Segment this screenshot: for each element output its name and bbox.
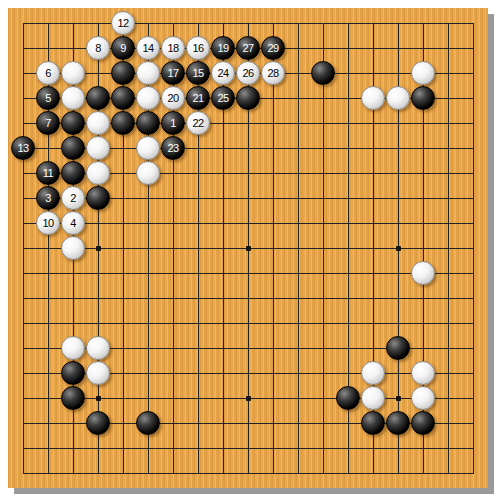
intersection-T17[interactable] (461, 61, 486, 86)
intersection-N11[interactable] (311, 211, 336, 236)
intersection-L2[interactable] (261, 436, 286, 461)
intersection-B6[interactable] (36, 336, 61, 361)
intersection-M8[interactable] (286, 286, 311, 311)
intersection-G12[interactable] (161, 186, 186, 211)
intersection-Q2[interactable] (386, 436, 411, 461)
intersection-H14[interactable] (186, 136, 211, 161)
intersection-N15[interactable] (311, 111, 336, 136)
intersection-G8[interactable] (161, 286, 186, 311)
intersection-K12[interactable] (236, 186, 261, 211)
intersection-C3[interactable] (61, 411, 86, 436)
intersection-B2[interactable] (36, 436, 61, 461)
intersection-M15[interactable] (286, 111, 311, 136)
intersection-B18[interactable] (36, 36, 61, 61)
intersection-S9[interactable] (436, 261, 461, 286)
intersection-N1[interactable] (311, 461, 336, 486)
intersection-J17[interactable]: 24 (211, 61, 236, 86)
intersection-H10[interactable] (186, 236, 211, 261)
intersection-O16[interactable] (336, 86, 361, 111)
intersection-P13[interactable] (361, 161, 386, 186)
intersection-E18[interactable]: 9 (111, 36, 136, 61)
intersection-P14[interactable] (361, 136, 386, 161)
intersection-S7[interactable] (436, 311, 461, 336)
intersection-C4[interactable] (61, 386, 86, 411)
intersection-R16[interactable] (411, 86, 436, 111)
intersection-N2[interactable] (311, 436, 336, 461)
intersection-D15[interactable] (86, 111, 111, 136)
intersection-D16[interactable] (86, 86, 111, 111)
intersection-M1[interactable] (286, 461, 311, 486)
intersection-P5[interactable] (361, 361, 386, 386)
intersection-J10[interactable] (211, 236, 236, 261)
intersection-S6[interactable] (436, 336, 461, 361)
intersection-B1[interactable] (36, 461, 61, 486)
intersection-P12[interactable] (361, 186, 386, 211)
intersection-R12[interactable] (411, 186, 436, 211)
intersection-B7[interactable] (36, 311, 61, 336)
intersection-F8[interactable] (136, 286, 161, 311)
intersection-H13[interactable] (186, 161, 211, 186)
intersection-D3[interactable] (86, 411, 111, 436)
intersection-R3[interactable] (411, 411, 436, 436)
intersection-C17[interactable] (61, 61, 86, 86)
intersection-R9[interactable] (411, 261, 436, 286)
intersection-R17[interactable] (411, 61, 436, 86)
intersection-E9[interactable] (111, 261, 136, 286)
intersection-E4[interactable] (111, 386, 136, 411)
intersection-E11[interactable] (111, 211, 136, 236)
intersection-T16[interactable] (461, 86, 486, 111)
intersection-P4[interactable] (361, 386, 386, 411)
intersection-T11[interactable] (461, 211, 486, 236)
intersection-T6[interactable] (461, 336, 486, 361)
intersection-H6[interactable] (186, 336, 211, 361)
intersection-A5[interactable] (11, 361, 36, 386)
intersection-P6[interactable] (361, 336, 386, 361)
intersection-K5[interactable] (236, 361, 261, 386)
intersection-J1[interactable] (211, 461, 236, 486)
intersection-C12[interactable]: 2 (61, 186, 86, 211)
intersection-C15[interactable] (61, 111, 86, 136)
intersection-L3[interactable] (261, 411, 286, 436)
intersection-D11[interactable] (86, 211, 111, 236)
intersection-Q9[interactable] (386, 261, 411, 286)
intersection-A12[interactable] (11, 186, 36, 211)
intersection-A8[interactable] (11, 286, 36, 311)
intersection-T4[interactable] (461, 386, 486, 411)
intersection-L16[interactable] (261, 86, 286, 111)
intersection-N3[interactable] (311, 411, 336, 436)
intersection-G9[interactable] (161, 261, 186, 286)
intersection-M6[interactable] (286, 336, 311, 361)
intersection-L10[interactable] (261, 236, 286, 261)
intersection-D17[interactable] (86, 61, 111, 86)
intersection-D13[interactable] (86, 161, 111, 186)
intersection-N18[interactable] (311, 36, 336, 61)
intersection-A4[interactable] (11, 386, 36, 411)
intersection-B4[interactable] (36, 386, 61, 411)
intersection-G18[interactable]: 18 (161, 36, 186, 61)
intersection-M10[interactable] (286, 236, 311, 261)
intersection-O15[interactable] (336, 111, 361, 136)
intersection-E14[interactable] (111, 136, 136, 161)
intersection-P9[interactable] (361, 261, 386, 286)
intersection-S5[interactable] (436, 361, 461, 386)
intersection-F4[interactable] (136, 386, 161, 411)
intersection-G6[interactable] (161, 336, 186, 361)
intersection-S1[interactable] (436, 461, 461, 486)
intersection-Q4[interactable] (386, 386, 411, 411)
intersection-T12[interactable] (461, 186, 486, 211)
intersection-P15[interactable] (361, 111, 386, 136)
intersection-H16[interactable]: 21 (186, 86, 211, 111)
intersection-K18[interactable]: 27 (236, 36, 261, 61)
intersection-G3[interactable] (161, 411, 186, 436)
intersection-G17[interactable]: 17 (161, 61, 186, 86)
intersection-K9[interactable] (236, 261, 261, 286)
intersection-F16[interactable] (136, 86, 161, 111)
intersection-S12[interactable] (436, 186, 461, 211)
intersection-G4[interactable] (161, 386, 186, 411)
intersection-Q8[interactable] (386, 286, 411, 311)
intersection-O11[interactable] (336, 211, 361, 236)
intersection-O9[interactable] (336, 261, 361, 286)
intersection-J11[interactable] (211, 211, 236, 236)
intersection-C7[interactable] (61, 311, 86, 336)
intersection-P8[interactable] (361, 286, 386, 311)
intersection-S19[interactable] (436, 11, 461, 36)
intersection-L8[interactable] (261, 286, 286, 311)
intersection-J2[interactable] (211, 436, 236, 461)
intersection-C13[interactable] (61, 161, 86, 186)
intersection-H4[interactable] (186, 386, 211, 411)
intersection-A14[interactable]: 13 (11, 136, 36, 161)
intersection-L11[interactable] (261, 211, 286, 236)
intersection-H19[interactable] (186, 11, 211, 36)
intersection-K1[interactable] (236, 461, 261, 486)
intersection-B15[interactable]: 7 (36, 111, 61, 136)
intersection-F3[interactable] (136, 411, 161, 436)
intersection-R1[interactable] (411, 461, 436, 486)
intersection-L5[interactable] (261, 361, 286, 386)
intersection-C18[interactable] (61, 36, 86, 61)
intersection-D1[interactable] (86, 461, 111, 486)
intersection-A1[interactable] (11, 461, 36, 486)
intersection-L18[interactable]: 29 (261, 36, 286, 61)
intersection-D9[interactable] (86, 261, 111, 286)
intersection-O19[interactable] (336, 11, 361, 36)
intersection-L15[interactable] (261, 111, 286, 136)
intersection-B13[interactable]: 11 (36, 161, 61, 186)
intersection-M14[interactable] (286, 136, 311, 161)
intersection-D18[interactable]: 8 (86, 36, 111, 61)
intersection-A11[interactable] (11, 211, 36, 236)
intersection-B11[interactable]: 10 (36, 211, 61, 236)
intersection-H7[interactable] (186, 311, 211, 336)
intersection-M4[interactable] (286, 386, 311, 411)
intersection-M19[interactable] (286, 11, 311, 36)
intersection-P3[interactable] (361, 411, 386, 436)
intersection-G5[interactable] (161, 361, 186, 386)
intersection-L6[interactable] (261, 336, 286, 361)
intersection-G10[interactable] (161, 236, 186, 261)
intersection-O8[interactable] (336, 286, 361, 311)
intersection-K11[interactable] (236, 211, 261, 236)
intersection-J12[interactable] (211, 186, 236, 211)
intersection-L4[interactable] (261, 386, 286, 411)
intersection-P2[interactable] (361, 436, 386, 461)
intersection-A15[interactable] (11, 111, 36, 136)
intersection-R14[interactable] (411, 136, 436, 161)
intersection-T8[interactable] (461, 286, 486, 311)
intersection-R2[interactable] (411, 436, 436, 461)
intersection-R6[interactable] (411, 336, 436, 361)
intersection-J9[interactable] (211, 261, 236, 286)
intersection-R8[interactable] (411, 286, 436, 311)
intersection-A10[interactable] (11, 236, 36, 261)
intersection-T3[interactable] (461, 411, 486, 436)
intersection-E12[interactable] (111, 186, 136, 211)
intersection-J18[interactable]: 19 (211, 36, 236, 61)
intersection-F1[interactable] (136, 461, 161, 486)
intersection-S14[interactable] (436, 136, 461, 161)
intersection-B5[interactable] (36, 361, 61, 386)
intersection-P7[interactable] (361, 311, 386, 336)
intersection-D8[interactable] (86, 286, 111, 311)
intersection-G7[interactable] (161, 311, 186, 336)
intersection-T2[interactable] (461, 436, 486, 461)
intersection-M12[interactable] (286, 186, 311, 211)
intersection-E1[interactable] (111, 461, 136, 486)
intersection-J13[interactable] (211, 161, 236, 186)
intersection-Q1[interactable] (386, 461, 411, 486)
intersection-Q3[interactable] (386, 411, 411, 436)
intersection-R19[interactable] (411, 11, 436, 36)
intersection-K15[interactable] (236, 111, 261, 136)
intersection-H17[interactable]: 15 (186, 61, 211, 86)
intersection-E8[interactable] (111, 286, 136, 311)
intersection-G15[interactable]: 1 (161, 111, 186, 136)
intersection-K3[interactable] (236, 411, 261, 436)
intersection-K13[interactable] (236, 161, 261, 186)
intersection-A19[interactable] (11, 11, 36, 36)
intersection-F12[interactable] (136, 186, 161, 211)
intersection-S10[interactable] (436, 236, 461, 261)
intersection-R15[interactable] (411, 111, 436, 136)
intersection-J7[interactable] (211, 311, 236, 336)
intersection-S15[interactable] (436, 111, 461, 136)
intersection-S4[interactable] (436, 386, 461, 411)
intersection-P16[interactable] (361, 86, 386, 111)
intersection-O18[interactable] (336, 36, 361, 61)
intersection-R13[interactable] (411, 161, 436, 186)
intersection-G2[interactable] (161, 436, 186, 461)
intersection-K17[interactable]: 26 (236, 61, 261, 86)
intersection-E17[interactable] (111, 61, 136, 86)
intersection-F6[interactable] (136, 336, 161, 361)
intersection-L17[interactable]: 28 (261, 61, 286, 86)
intersection-C11[interactable]: 4 (61, 211, 86, 236)
intersection-J3[interactable] (211, 411, 236, 436)
intersection-J4[interactable] (211, 386, 236, 411)
intersection-E19[interactable]: 12 (111, 11, 136, 36)
intersection-O17[interactable] (336, 61, 361, 86)
intersection-J15[interactable] (211, 111, 236, 136)
intersection-H1[interactable] (186, 461, 211, 486)
intersection-E6[interactable] (111, 336, 136, 361)
intersection-A3[interactable] (11, 411, 36, 436)
intersection-K6[interactable] (236, 336, 261, 361)
intersection-O6[interactable] (336, 336, 361, 361)
intersection-R11[interactable] (411, 211, 436, 236)
intersection-S13[interactable] (436, 161, 461, 186)
intersection-B16[interactable]: 5 (36, 86, 61, 111)
intersection-L7[interactable] (261, 311, 286, 336)
intersection-H9[interactable] (186, 261, 211, 286)
intersection-O5[interactable] (336, 361, 361, 386)
intersection-P19[interactable] (361, 11, 386, 36)
intersection-T5[interactable] (461, 361, 486, 386)
intersection-T15[interactable] (461, 111, 486, 136)
intersection-B8[interactable] (36, 286, 61, 311)
intersection-E15[interactable] (111, 111, 136, 136)
intersection-T13[interactable] (461, 161, 486, 186)
intersection-D4[interactable] (86, 386, 111, 411)
intersection-M11[interactable] (286, 211, 311, 236)
intersection-A18[interactable] (11, 36, 36, 61)
intersection-O14[interactable] (336, 136, 361, 161)
intersection-L9[interactable] (261, 261, 286, 286)
intersection-P11[interactable] (361, 211, 386, 236)
intersection-O12[interactable] (336, 186, 361, 211)
intersection-K7[interactable] (236, 311, 261, 336)
intersection-Q19[interactable] (386, 11, 411, 36)
intersection-E13[interactable] (111, 161, 136, 186)
intersection-Q13[interactable] (386, 161, 411, 186)
intersection-H5[interactable] (186, 361, 211, 386)
intersection-B19[interactable] (36, 11, 61, 36)
intersection-Q5[interactable] (386, 361, 411, 386)
intersection-A7[interactable] (11, 311, 36, 336)
intersection-Q16[interactable] (386, 86, 411, 111)
intersection-Q7[interactable] (386, 311, 411, 336)
intersection-F13[interactable] (136, 161, 161, 186)
intersection-E7[interactable] (111, 311, 136, 336)
intersection-C9[interactable] (61, 261, 86, 286)
intersection-S2[interactable] (436, 436, 461, 461)
intersection-M5[interactable] (286, 361, 311, 386)
intersection-H15[interactable]: 22 (186, 111, 211, 136)
intersection-S8[interactable] (436, 286, 461, 311)
intersection-R10[interactable] (411, 236, 436, 261)
intersection-D19[interactable] (86, 11, 111, 36)
intersection-L14[interactable] (261, 136, 286, 161)
intersection-L19[interactable] (261, 11, 286, 36)
intersection-A6[interactable] (11, 336, 36, 361)
intersection-Q11[interactable] (386, 211, 411, 236)
intersection-N14[interactable] (311, 136, 336, 161)
intersection-G19[interactable] (161, 11, 186, 36)
intersection-T10[interactable] (461, 236, 486, 261)
intersection-E10[interactable] (111, 236, 136, 261)
intersection-Q12[interactable] (386, 186, 411, 211)
intersection-C8[interactable] (61, 286, 86, 311)
intersection-B9[interactable] (36, 261, 61, 286)
intersection-D2[interactable] (86, 436, 111, 461)
intersection-T7[interactable] (461, 311, 486, 336)
intersection-M9[interactable] (286, 261, 311, 286)
intersection-F10[interactable] (136, 236, 161, 261)
intersection-P1[interactable] (361, 461, 386, 486)
intersection-S16[interactable] (436, 86, 461, 111)
intersection-R7[interactable] (411, 311, 436, 336)
intersection-C6[interactable] (61, 336, 86, 361)
intersection-Q6[interactable] (386, 336, 411, 361)
intersection-N6[interactable] (311, 336, 336, 361)
intersection-O10[interactable] (336, 236, 361, 261)
intersection-H12[interactable] (186, 186, 211, 211)
intersection-N13[interactable] (311, 161, 336, 186)
intersection-G11[interactable] (161, 211, 186, 236)
intersection-A9[interactable] (11, 261, 36, 286)
intersection-J6[interactable] (211, 336, 236, 361)
intersection-F19[interactable] (136, 11, 161, 36)
intersection-C14[interactable] (61, 136, 86, 161)
intersection-H2[interactable] (186, 436, 211, 461)
intersection-S18[interactable] (436, 36, 461, 61)
intersection-F15[interactable] (136, 111, 161, 136)
intersection-C19[interactable] (61, 11, 86, 36)
intersection-B10[interactable] (36, 236, 61, 261)
intersection-J5[interactable] (211, 361, 236, 386)
intersection-S3[interactable] (436, 411, 461, 436)
intersection-E2[interactable] (111, 436, 136, 461)
intersection-K4[interactable] (236, 386, 261, 411)
intersection-H11[interactable] (186, 211, 211, 236)
intersection-B14[interactable] (36, 136, 61, 161)
intersection-K16[interactable] (236, 86, 261, 111)
intersection-Q14[interactable] (386, 136, 411, 161)
intersection-A13[interactable] (11, 161, 36, 186)
intersection-N5[interactable] (311, 361, 336, 386)
intersection-K19[interactable] (236, 11, 261, 36)
intersection-J14[interactable] (211, 136, 236, 161)
intersection-A17[interactable] (11, 61, 36, 86)
intersection-E5[interactable] (111, 361, 136, 386)
intersection-P10[interactable] (361, 236, 386, 261)
intersection-N17[interactable] (311, 61, 336, 86)
intersection-R5[interactable] (411, 361, 436, 386)
intersection-P17[interactable] (361, 61, 386, 86)
intersection-E16[interactable] (111, 86, 136, 111)
intersection-C16[interactable] (61, 86, 86, 111)
intersection-M3[interactable] (286, 411, 311, 436)
intersection-T14[interactable] (461, 136, 486, 161)
intersection-G14[interactable]: 23 (161, 136, 186, 161)
intersection-H18[interactable]: 16 (186, 36, 211, 61)
intersection-K14[interactable] (236, 136, 261, 161)
intersection-A16[interactable] (11, 86, 36, 111)
intersection-N19[interactable] (311, 11, 336, 36)
intersection-Q17[interactable] (386, 61, 411, 86)
intersection-H3[interactable] (186, 411, 211, 436)
intersection-F11[interactable] (136, 211, 161, 236)
intersection-P18[interactable] (361, 36, 386, 61)
intersection-S11[interactable] (436, 211, 461, 236)
intersection-M2[interactable] (286, 436, 311, 461)
intersection-F2[interactable] (136, 436, 161, 461)
intersection-D6[interactable] (86, 336, 111, 361)
